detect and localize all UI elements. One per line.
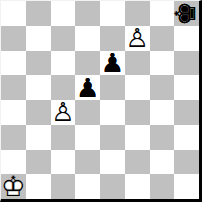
- square-b1[interactable]: [26, 174, 51, 199]
- square-b3[interactable]: [26, 125, 51, 150]
- square-a5[interactable]: [1, 75, 26, 100]
- square-a4[interactable]: [1, 100, 26, 125]
- square-c7[interactable]: [51, 26, 76, 51]
- square-c2[interactable]: [51, 150, 76, 175]
- square-b5[interactable]: [26, 75, 51, 100]
- square-g4[interactable]: [150, 100, 175, 125]
- square-e4[interactable]: [100, 100, 125, 125]
- square-g5[interactable]: [150, 75, 175, 100]
- square-h8[interactable]: ♚♚: [174, 1, 199, 26]
- piece-black-pawn: ♟♟: [75, 75, 100, 100]
- square-e6[interactable]: ♟♟: [100, 51, 125, 76]
- square-h2[interactable]: [174, 150, 199, 175]
- black-king-outline-glyph: ♚: [174, 1, 199, 26]
- square-f5[interactable]: [125, 75, 150, 100]
- square-e1[interactable]: [100, 174, 125, 199]
- square-h3[interactable]: [174, 125, 199, 150]
- piece-black-king: ♚♚: [174, 1, 199, 26]
- square-d1[interactable]: [75, 174, 100, 199]
- black-pawn-outline-glyph: ♟: [100, 51, 125, 76]
- square-c5[interactable]: [51, 75, 76, 100]
- white-king-outline-glyph: ♔: [1, 174, 26, 199]
- square-f4[interactable]: [125, 100, 150, 125]
- square-f1[interactable]: [125, 174, 150, 199]
- white-pawn-outline-glyph: ♙: [125, 26, 150, 51]
- square-d7[interactable]: [75, 26, 100, 51]
- square-f8[interactable]: [125, 1, 150, 26]
- square-h4[interactable]: [174, 100, 199, 125]
- square-d4[interactable]: [75, 100, 100, 125]
- square-g2[interactable]: [150, 150, 175, 175]
- square-g7[interactable]: [150, 26, 175, 51]
- square-h5[interactable]: [174, 75, 199, 100]
- square-d3[interactable]: [75, 125, 100, 150]
- white-pawn-outline-glyph: ♙: [51, 100, 76, 125]
- square-a8[interactable]: [1, 1, 26, 26]
- square-h7[interactable]: [174, 26, 199, 51]
- square-b7[interactable]: [26, 26, 51, 51]
- square-e3[interactable]: [100, 125, 125, 150]
- square-c1[interactable]: [51, 174, 76, 199]
- square-a6[interactable]: [1, 51, 26, 76]
- square-f7[interactable]: ♟♙: [125, 26, 150, 51]
- square-b6[interactable]: [26, 51, 51, 76]
- square-d8[interactable]: [75, 1, 100, 26]
- black-pawn-outline-glyph: ♟: [75, 75, 100, 100]
- square-c6[interactable]: [51, 51, 76, 76]
- square-d6[interactable]: [75, 51, 100, 76]
- square-b8[interactable]: [26, 1, 51, 26]
- square-e5[interactable]: [100, 75, 125, 100]
- square-h1[interactable]: [174, 174, 199, 199]
- square-e2[interactable]: [100, 150, 125, 175]
- square-g3[interactable]: [150, 125, 175, 150]
- square-b2[interactable]: [26, 150, 51, 175]
- square-d5[interactable]: ♟♟: [75, 75, 100, 100]
- square-g6[interactable]: [150, 51, 175, 76]
- square-a3[interactable]: [1, 125, 26, 150]
- square-g1[interactable]: [150, 174, 175, 199]
- piece-black-pawn: ♟♟: [100, 51, 125, 76]
- square-c4[interactable]: ♟♙: [51, 100, 76, 125]
- square-b4[interactable]: [26, 100, 51, 125]
- square-h6[interactable]: [174, 51, 199, 76]
- square-d2[interactable]: [75, 150, 100, 175]
- square-f6[interactable]: [125, 51, 150, 76]
- square-e8[interactable]: [100, 1, 125, 26]
- square-f3[interactable]: [125, 125, 150, 150]
- piece-white-pawn: ♟♙: [51, 100, 76, 125]
- square-e7[interactable]: [100, 26, 125, 51]
- chess-diagram: ♚♚♟♙♟♟♟♟♟♙♚♔: [0, 0, 202, 202]
- chess-board: ♚♚♟♙♟♟♟♟♟♙♚♔: [0, 0, 202, 202]
- square-c8[interactable]: [51, 1, 76, 26]
- square-f2[interactable]: [125, 150, 150, 175]
- piece-white-pawn: ♟♙: [125, 26, 150, 51]
- piece-white-king: ♚♔: [1, 174, 26, 199]
- square-a7[interactable]: [1, 26, 26, 51]
- square-c3[interactable]: [51, 125, 76, 150]
- square-a1[interactable]: ♚♔: [1, 174, 26, 199]
